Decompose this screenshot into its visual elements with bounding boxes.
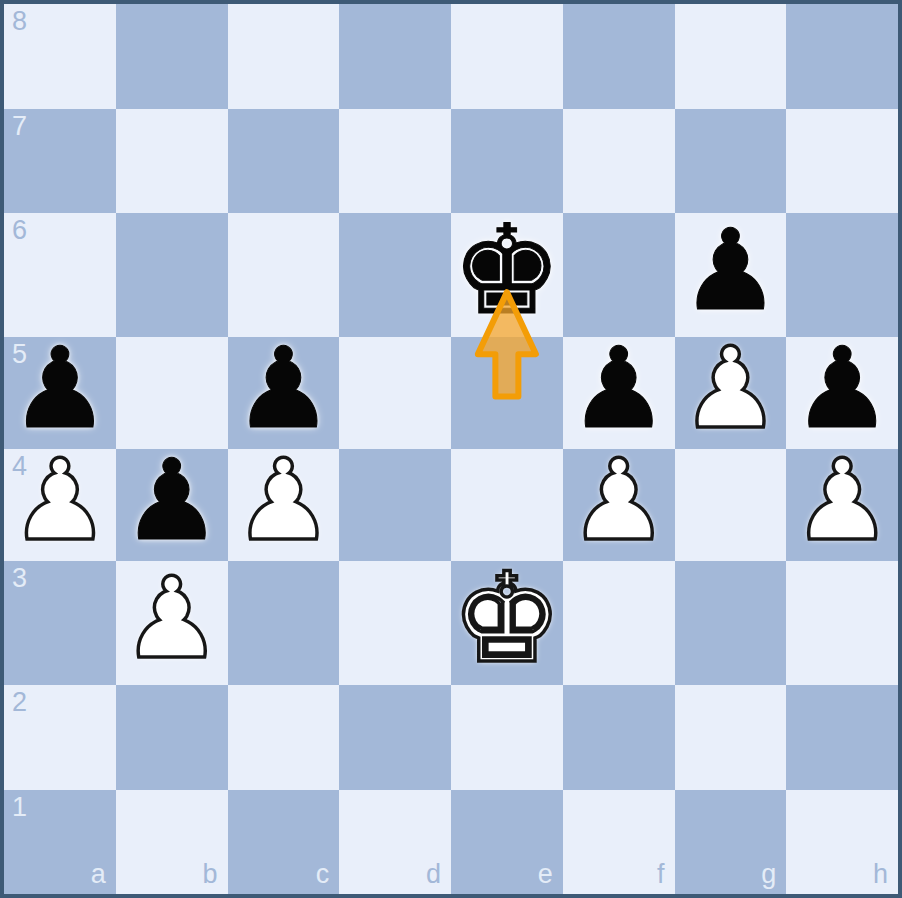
square-c8[interactable] [228, 4, 340, 109]
rank-label-3: 3 [12, 565, 27, 592]
piece-black-pawn[interactable]: ♟ [233, 332, 333, 444]
square-d5[interactable] [339, 337, 451, 449]
square-e5[interactable] [451, 337, 563, 449]
square-f1[interactable]: f [563, 790, 675, 895]
square-c7[interactable] [228, 109, 340, 214]
square-a1[interactable]: 1a [4, 790, 116, 895]
square-b8[interactable] [116, 4, 228, 109]
square-e6[interactable]: ♚ [451, 213, 563, 337]
square-h4[interactable]: ♟ [786, 449, 898, 561]
square-g8[interactable] [675, 4, 787, 109]
square-a4[interactable]: 4♟ [4, 449, 116, 561]
file-label-h: h [873, 861, 888, 888]
square-g3[interactable] [675, 561, 787, 685]
square-g4[interactable] [675, 449, 787, 561]
square-e4[interactable] [451, 449, 563, 561]
square-b4[interactable]: ♟ [116, 449, 228, 561]
rank-label-8: 8 [12, 8, 27, 35]
square-g5[interactable]: ♟ [675, 337, 787, 449]
square-h6[interactable] [786, 213, 898, 337]
file-label-b: b [202, 861, 217, 888]
square-h2[interactable] [786, 685, 898, 790]
square-e2[interactable] [451, 685, 563, 790]
square-e8[interactable] [451, 4, 563, 109]
square-b2[interactable] [116, 685, 228, 790]
square-d7[interactable] [339, 109, 451, 214]
piece-black-pawn[interactable]: ♟ [10, 332, 110, 444]
piece-black-pawn[interactable]: ♟ [568, 332, 668, 444]
square-b3[interactable]: ♟ [116, 561, 228, 685]
square-h8[interactable] [786, 4, 898, 109]
piece-white-pawn[interactable]: ♟ [10, 444, 110, 556]
square-h5[interactable]: ♟ [786, 337, 898, 449]
square-g6[interactable]: ♟ [675, 213, 787, 337]
square-g1[interactable]: g [675, 790, 787, 895]
piece-white-pawn[interactable]: ♟ [121, 562, 221, 674]
square-f8[interactable] [563, 4, 675, 109]
square-d4[interactable] [339, 449, 451, 561]
square-f5[interactable]: ♟ [563, 337, 675, 449]
square-d8[interactable] [339, 4, 451, 109]
square-a5[interactable]: 5♟ [4, 337, 116, 449]
square-c3[interactable] [228, 561, 340, 685]
square-d1[interactable]: d [339, 790, 451, 895]
square-g7[interactable] [675, 109, 787, 214]
square-c4[interactable]: ♟ [228, 449, 340, 561]
square-c2[interactable] [228, 685, 340, 790]
square-f6[interactable] [563, 213, 675, 337]
square-f4[interactable]: ♟ [563, 449, 675, 561]
square-b7[interactable] [116, 109, 228, 214]
file-label-f: f [657, 861, 665, 888]
rank-label-6: 6 [12, 217, 27, 244]
rank-label-1: 1 [12, 794, 27, 821]
piece-white-pawn[interactable]: ♟ [568, 444, 668, 556]
square-e3[interactable]: ♚ [451, 561, 563, 685]
square-f7[interactable] [563, 109, 675, 214]
file-label-d: d [426, 861, 441, 888]
square-d3[interactable] [339, 561, 451, 685]
square-f2[interactable] [563, 685, 675, 790]
rank-label-2: 2 [12, 689, 27, 716]
chess-board-wrap: 876♚♟5♟♟♟♟♟4♟♟♟♟♟3♟♚21abcdefgh [0, 0, 902, 898]
piece-black-pawn[interactable]: ♟ [792, 332, 892, 444]
square-d6[interactable] [339, 213, 451, 337]
piece-white-pawn[interactable]: ♟ [233, 444, 333, 556]
square-a6[interactable]: 6 [4, 213, 116, 337]
piece-black-pawn[interactable]: ♟ [121, 444, 221, 556]
file-label-c: c [316, 861, 330, 888]
square-c1[interactable]: c [228, 790, 340, 895]
square-e1[interactable]: e [451, 790, 563, 895]
square-g2[interactable] [675, 685, 787, 790]
square-c6[interactable] [228, 213, 340, 337]
piece-white-king[interactable]: ♚ [451, 556, 562, 680]
piece-white-pawn[interactable]: ♟ [792, 444, 892, 556]
square-b5[interactable] [116, 337, 228, 449]
square-h3[interactable] [786, 561, 898, 685]
square-a2[interactable]: 2 [4, 685, 116, 790]
square-b6[interactable] [116, 213, 228, 337]
square-f3[interactable] [563, 561, 675, 685]
piece-black-pawn[interactable]: ♟ [680, 214, 780, 326]
square-c5[interactable]: ♟ [228, 337, 340, 449]
piece-black-king[interactable]: ♚ [451, 208, 562, 332]
file-label-a: a [91, 861, 106, 888]
square-a3[interactable]: 3 [4, 561, 116, 685]
square-d2[interactable] [339, 685, 451, 790]
file-label-e: e [538, 861, 553, 888]
square-h7[interactable] [786, 109, 898, 214]
file-label-g: g [761, 861, 776, 888]
piece-white-pawn[interactable]: ♟ [680, 332, 780, 444]
square-b1[interactable]: b [116, 790, 228, 895]
square-h1[interactable]: h [786, 790, 898, 895]
square-a8[interactable]: 8 [4, 4, 116, 109]
square-a7[interactable]: 7 [4, 109, 116, 214]
rank-label-7: 7 [12, 113, 27, 140]
chess-board: 876♚♟5♟♟♟♟♟4♟♟♟♟♟3♟♚21abcdefgh [0, 0, 902, 898]
